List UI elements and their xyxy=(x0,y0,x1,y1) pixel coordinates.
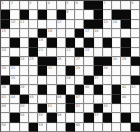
black-cell-r13c2 xyxy=(10,113,19,122)
black-cell-r5c8 xyxy=(66,38,75,47)
black-cell-r12c8 xyxy=(66,104,75,113)
black-cell-r1c11 xyxy=(94,1,103,10)
cell-r1c3[interactable] xyxy=(20,1,29,10)
black-cell-r9c1 xyxy=(1,76,10,85)
cell-r9c4[interactable] xyxy=(29,76,38,85)
clue-number: 38 xyxy=(2,85,6,89)
black-cell-r6c4 xyxy=(29,48,38,57)
cell-r9c12[interactable] xyxy=(103,76,112,85)
cell-r12c14[interactable] xyxy=(121,104,130,113)
cell-r2c15[interactable] xyxy=(131,10,140,19)
cell-r4c1[interactable]: 15 xyxy=(1,29,10,38)
cell-r8c4[interactable] xyxy=(29,66,38,75)
black-cell-r2c13 xyxy=(112,10,121,19)
cell-r14c9[interactable]: 60 xyxy=(75,123,84,132)
clue-number: 27 xyxy=(76,57,80,61)
black-cell-r5c14 xyxy=(121,38,130,47)
cell-r13c13[interactable] xyxy=(112,113,121,122)
cell-r7c1[interactable] xyxy=(1,57,10,66)
clue-number: 42 xyxy=(131,85,135,89)
clue-number: 8 xyxy=(131,1,133,5)
clue-number: 14 xyxy=(113,20,117,24)
cell-r9c11[interactable]: 37 xyxy=(94,76,103,85)
clue-number: 32 xyxy=(48,66,52,70)
clue-number: 37 xyxy=(94,76,98,80)
clue-number: 25 xyxy=(29,57,33,61)
cell-r3c5[interactable] xyxy=(38,20,47,29)
cell-r14c13[interactable] xyxy=(112,123,121,132)
black-cell-r13c10 xyxy=(84,113,93,122)
cell-r9c5[interactable] xyxy=(38,76,47,85)
clue-number: 16 xyxy=(48,29,52,33)
clue-number: 59 xyxy=(39,123,43,127)
cell-r3c8[interactable] xyxy=(66,20,75,29)
cell-r9c13[interactable] xyxy=(112,76,121,85)
black-cell-r12c5 xyxy=(38,104,47,113)
black-cell-r14c15 xyxy=(131,123,140,132)
cell-r1c12[interactable]: 7 xyxy=(103,1,112,10)
black-cell-r5c4 xyxy=(29,38,38,47)
cell-r7c8[interactable] xyxy=(66,57,75,66)
cell-r13c5[interactable]: 55 xyxy=(38,113,47,122)
clue-number: 1 xyxy=(2,1,4,5)
cell-r13c11[interactable]: 57 xyxy=(94,113,103,122)
cell-r11c6[interactable] xyxy=(47,95,56,104)
cell-r7c13[interactable]: 28 xyxy=(112,57,121,66)
cell-r4c4[interactable] xyxy=(29,29,38,38)
cell-r11c12[interactable] xyxy=(103,95,112,104)
cell-r2c12[interactable] xyxy=(103,10,112,19)
black-cell-r7c12 xyxy=(103,57,112,66)
cell-r8c3[interactable] xyxy=(20,66,29,75)
cell-r10c1[interactable]: 38 xyxy=(1,85,10,94)
clue-number: 33 xyxy=(76,66,80,70)
cell-r6c15[interactable] xyxy=(131,48,140,57)
cell-r14c11[interactable] xyxy=(94,123,103,132)
cell-r1c6[interactable]: 4 xyxy=(47,1,56,10)
cell-r8c1[interactable]: 30 xyxy=(1,66,10,75)
cell-r14c10[interactable] xyxy=(84,123,93,132)
black-cell-r14c8 xyxy=(66,123,75,132)
cell-r2c4[interactable] xyxy=(29,10,38,19)
black-cell-r7c5 xyxy=(38,57,47,66)
cell-r1c1[interactable]: 1 xyxy=(1,1,10,10)
cell-r9c9[interactable] xyxy=(75,76,84,85)
black-cell-r13c6 xyxy=(47,113,56,122)
cell-r7c4[interactable]: 25 xyxy=(29,57,38,66)
cell-r12c6[interactable]: 51 xyxy=(47,104,56,113)
cell-r8c12[interactable]: 34 xyxy=(103,66,112,75)
cell-r8c15[interactable] xyxy=(131,66,140,75)
cell-r1c13[interactable] xyxy=(112,1,121,10)
cell-r5c3[interactable] xyxy=(20,38,29,47)
clue-number: 39 xyxy=(20,85,24,89)
black-cell-r7c6 xyxy=(47,57,56,66)
cell-r1c2[interactable]: 2 xyxy=(10,1,19,10)
clue-number: 29 xyxy=(122,57,126,61)
cell-r14c14[interactable] xyxy=(121,123,130,132)
cell-r7c3[interactable]: 24 xyxy=(20,57,29,66)
cell-r12c15[interactable] xyxy=(131,104,140,113)
clue-number: 43 xyxy=(2,95,6,99)
cell-r10c3[interactable]: 39 xyxy=(20,85,29,94)
black-cell-r13c14 xyxy=(121,113,130,122)
cell-r6c13[interactable] xyxy=(112,48,121,57)
clue-number: 6 xyxy=(76,1,78,5)
black-cell-r3c14 xyxy=(121,20,130,29)
clue-number: 49 xyxy=(2,104,6,108)
cell-r6c3[interactable] xyxy=(20,48,29,57)
cell-r12c9[interactable]: 52 xyxy=(75,104,84,113)
cell-r6c8[interactable]: 22 xyxy=(66,48,75,57)
black-cell-r5c6 xyxy=(47,38,56,47)
clue-number: 41 xyxy=(122,85,126,89)
clue-number: 58 xyxy=(2,123,6,127)
clue-number: 4 xyxy=(48,1,50,5)
cell-r1c5[interactable] xyxy=(38,1,47,10)
cell-r10c6[interactable] xyxy=(47,85,56,94)
cell-r7c10[interactable] xyxy=(84,57,93,66)
cell-r8c10[interactable] xyxy=(84,66,93,75)
cell-r11c4[interactable]: 45 xyxy=(29,95,38,104)
cell-r8c6[interactable]: 32 xyxy=(47,66,56,75)
cell-r13c9[interactable] xyxy=(75,113,84,122)
black-cell-r5c10 xyxy=(84,38,93,47)
cell-r5c1[interactable] xyxy=(1,38,10,47)
black-cell-r6c14 xyxy=(121,48,130,57)
black-cell-r14c4 xyxy=(29,123,38,132)
cell-r9c8[interactable]: 36 xyxy=(66,76,75,85)
black-cell-r8c5 xyxy=(38,66,47,75)
clue-number: 35 xyxy=(11,76,15,80)
cell-r2c6[interactable] xyxy=(47,10,56,19)
clue-number: 28 xyxy=(113,57,117,61)
black-cell-r12c11 xyxy=(94,104,103,113)
clue-number: 47 xyxy=(76,95,80,99)
cell-r13c8[interactable] xyxy=(66,113,75,122)
cell-r12c2[interactable] xyxy=(10,104,19,113)
cell-r10c12[interactable] xyxy=(103,85,112,94)
cell-r13c15[interactable] xyxy=(131,113,140,122)
black-cell-r7c11 xyxy=(94,57,103,66)
clue-number: 45 xyxy=(29,95,33,99)
cell-r11c10[interactable] xyxy=(84,95,93,104)
black-cell-r9c15 xyxy=(131,76,140,85)
clue-number: 13 xyxy=(103,20,107,24)
black-cell-r4c5 xyxy=(38,29,47,38)
cell-r4c13[interactable] xyxy=(112,29,121,38)
cell-r12c10[interactable] xyxy=(84,104,93,113)
cell-r12c4[interactable] xyxy=(29,104,38,113)
cell-r8c7[interactable] xyxy=(57,66,66,75)
clue-number: 56 xyxy=(57,113,61,117)
cell-r12c12[interactable]: 53 xyxy=(103,104,112,113)
cell-r9c6[interactable] xyxy=(47,76,56,85)
cell-r6c12[interactable] xyxy=(103,48,112,57)
clue-number: 26 xyxy=(57,57,61,61)
cell-r10c10[interactable]: 40 xyxy=(84,85,93,94)
cell-r11c5[interactable] xyxy=(38,95,47,104)
cell-r12c13[interactable] xyxy=(112,104,121,113)
cell-r13c7[interactable]: 56 xyxy=(57,113,66,122)
clue-number: 44 xyxy=(11,95,15,99)
cell-r9c14[interactable] xyxy=(121,76,130,85)
cell-r2c10[interactable] xyxy=(84,10,93,19)
black-cell-r8c11 xyxy=(94,66,103,75)
cell-r5c7[interactable] xyxy=(57,38,66,47)
black-cell-r9c10 xyxy=(84,76,93,85)
cell-r2c2[interactable] xyxy=(10,10,19,19)
cell-r3c12[interactable]: 13 xyxy=(103,20,112,29)
cell-r3c15[interactable] xyxy=(131,20,140,29)
cell-r3c6[interactable] xyxy=(47,20,56,29)
cell-r11c9[interactable]: 47 xyxy=(75,95,84,104)
clue-number: 7 xyxy=(103,1,105,5)
clue-number: 30 xyxy=(2,66,6,70)
black-cell-r8c8 xyxy=(66,66,75,75)
clue-number: 21 xyxy=(39,48,43,52)
cell-r1c15[interactable]: 8 xyxy=(131,1,140,10)
cell-r14c3[interactable] xyxy=(20,123,29,132)
clue-number: 51 xyxy=(48,104,52,108)
cell-r4c6[interactable]: 16 xyxy=(47,29,56,38)
clue-number: 12 xyxy=(57,20,61,24)
clue-number: 31 xyxy=(11,66,15,70)
black-cell-r3c1 xyxy=(1,20,10,29)
cell-r10c8[interactable] xyxy=(66,85,75,94)
cell-r4c2[interactable] xyxy=(10,29,19,38)
clue-number: 55 xyxy=(39,113,43,117)
cell-r3c9[interactable] xyxy=(75,20,84,29)
cell-r14c1[interactable]: 58 xyxy=(1,123,10,132)
cell-r4c11[interactable]: 18 xyxy=(94,29,103,38)
cell-r14c2[interactable] xyxy=(10,123,19,132)
clue-number: 53 xyxy=(103,104,107,108)
clue-number: 10 xyxy=(11,20,15,24)
cell-r6c1[interactable]: 20 xyxy=(1,48,10,57)
cell-r10c14[interactable]: 41 xyxy=(121,85,130,94)
clue-number: 60 xyxy=(76,123,80,127)
cell-r11c14[interactable]: 48 xyxy=(121,95,130,104)
clue-number: 34 xyxy=(103,66,107,70)
black-cell-r11c3 xyxy=(20,95,29,104)
clue-number: 2 xyxy=(11,1,13,5)
clue-number: 36 xyxy=(66,76,70,80)
black-cell-r6c9 xyxy=(75,48,84,57)
black-cell-r5c12 xyxy=(103,38,112,47)
cell-r1c7[interactable] xyxy=(57,1,66,10)
cell-r5c11[interactable] xyxy=(94,38,103,47)
clue-number: 52 xyxy=(76,104,80,108)
cell-r1c8[interactable]: 5 xyxy=(66,1,75,10)
clue-number: 9 xyxy=(66,10,68,14)
black-cell-r2c5 xyxy=(38,10,47,19)
cell-r14c5[interactable]: 59 xyxy=(38,123,47,132)
black-cell-r7c2 xyxy=(10,57,19,66)
cell-r5c13[interactable] xyxy=(112,38,121,47)
cell-r12c3[interactable]: 50 xyxy=(20,104,29,113)
clue-number: 18 xyxy=(94,29,98,33)
clue-number: 57 xyxy=(94,113,98,117)
cell-r3c4[interactable] xyxy=(29,20,38,29)
cell-r7c14[interactable]: 29 xyxy=(121,57,130,66)
clue-number: 54 xyxy=(20,113,24,117)
cell-r14c7[interactable] xyxy=(57,123,66,132)
cell-r11c15[interactable] xyxy=(131,95,140,104)
cell-r14c6[interactable] xyxy=(47,123,56,132)
clue-number: 22 xyxy=(66,48,70,52)
cell-r1c4[interactable]: 3 xyxy=(29,1,38,10)
cell-r6c10[interactable]: 23 xyxy=(84,48,93,57)
cell-r9c7[interactable] xyxy=(57,76,66,85)
black-cell-r11c13 xyxy=(112,95,121,104)
black-cell-r11c8 xyxy=(66,95,75,104)
black-cell-r2c14 xyxy=(121,10,130,19)
clue-number: 15 xyxy=(2,29,6,33)
cell-r2c9[interactable] xyxy=(75,10,84,19)
cell-r13c4[interactable] xyxy=(29,113,38,122)
cell-r7c7[interactable]: 26 xyxy=(57,57,66,66)
cell-r10c4[interactable] xyxy=(29,85,38,94)
black-cell-r10c13 xyxy=(112,85,121,94)
cell-r4c14[interactable] xyxy=(121,29,130,38)
cell-r4c10[interactable]: 17 xyxy=(84,29,93,38)
cell-r8c13[interactable] xyxy=(112,66,121,75)
cell-r6c6[interactable] xyxy=(47,48,56,57)
clue-number: 5 xyxy=(66,1,68,5)
black-cell-r5c2 xyxy=(10,38,19,47)
cell-r4c12[interactable] xyxy=(103,29,112,38)
cell-r8c9[interactable]: 33 xyxy=(75,66,84,75)
cell-r3c7[interactable]: 12 xyxy=(57,20,66,29)
cell-r3c13[interactable]: 14 xyxy=(112,20,121,29)
cell-r11c11[interactable] xyxy=(94,95,103,104)
clue-number: 20 xyxy=(2,48,6,52)
cell-r6c2[interactable] xyxy=(10,48,19,57)
clue-number: 17 xyxy=(85,29,89,33)
cell-r8c14[interactable] xyxy=(121,66,130,75)
cell-r12c1[interactable]: 49 xyxy=(1,104,10,113)
black-cell-r3c10 xyxy=(84,20,93,29)
clue-number: 23 xyxy=(85,48,89,52)
cell-r9c2[interactable]: 35 xyxy=(10,76,19,85)
cell-r13c3[interactable]: 54 xyxy=(20,113,29,122)
cell-r3c2[interactable]: 10 xyxy=(10,20,19,29)
clue-number: 11 xyxy=(20,20,24,24)
cell-r5c9[interactable] xyxy=(75,38,84,47)
black-cell-r4c9 xyxy=(75,29,84,38)
black-cell-r2c1 xyxy=(1,10,10,19)
black-cell-r13c12 xyxy=(103,113,112,122)
cell-r7c9[interactable]: 27 xyxy=(75,57,84,66)
cell-r13c1[interactable] xyxy=(1,113,10,122)
black-cell-r10c11 xyxy=(94,85,103,94)
cell-r1c9[interactable]: 6 xyxy=(75,1,84,10)
cell-r4c15[interactable] xyxy=(131,29,140,38)
cell-r11c7[interactable]: 46 xyxy=(57,95,66,104)
clue-number: 24 xyxy=(20,57,24,61)
cell-r4c7[interactable] xyxy=(57,29,66,38)
cell-r6c5[interactable]: 21 xyxy=(38,48,47,57)
black-cell-r2c7 xyxy=(57,10,66,19)
black-cell-r2c11 xyxy=(94,10,103,19)
cell-r2c8[interactable]: 9 xyxy=(66,10,75,19)
cell-r3c3[interactable]: 11 xyxy=(20,20,29,29)
black-cell-r10c5 xyxy=(38,85,47,94)
crossword-grid: 1234567891011121314151617181920212223242… xyxy=(0,0,140,132)
black-cell-r7c15 xyxy=(131,57,140,66)
clue-number: 40 xyxy=(85,85,89,89)
black-cell-r10c7 xyxy=(57,85,66,94)
cell-r12c7[interactable] xyxy=(57,104,66,113)
clue-number: 46 xyxy=(57,95,61,99)
clue-number: 50 xyxy=(20,104,24,108)
cell-r5c5[interactable]: 19 xyxy=(38,38,47,47)
cell-r6c11[interactable] xyxy=(94,48,103,57)
cell-r9c3[interactable] xyxy=(20,76,29,85)
black-cell-r10c9 xyxy=(75,85,84,94)
cell-r5c15[interactable] xyxy=(131,38,140,47)
black-cell-r10c2 xyxy=(10,85,19,94)
cell-r6c7[interactable] xyxy=(57,48,66,57)
cell-r4c8[interactable] xyxy=(66,29,75,38)
cell-r8c2[interactable]: 31 xyxy=(10,66,19,75)
clue-number: 19 xyxy=(39,38,43,42)
clue-number: 3 xyxy=(29,1,31,5)
clue-number: 48 xyxy=(122,95,126,99)
black-cell-r3c11 xyxy=(94,20,103,29)
cell-r1c14[interactable] xyxy=(121,1,130,10)
black-cell-r1c10 xyxy=(84,1,93,10)
cell-r14c12[interactable] xyxy=(103,123,112,132)
cell-r10c15[interactable]: 42 xyxy=(131,85,140,94)
cell-r11c2[interactable]: 44 xyxy=(10,95,19,104)
cell-r4c3[interactable] xyxy=(20,29,29,38)
black-cell-r2c3 xyxy=(20,10,29,19)
cell-r11c1[interactable]: 43 xyxy=(1,95,10,104)
